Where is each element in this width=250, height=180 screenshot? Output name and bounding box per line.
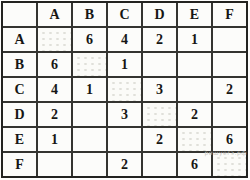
- col-header-F: F: [213, 3, 246, 26]
- row-header-A: A: [3, 28, 36, 51]
- cell-AC: 4: [108, 28, 141, 51]
- cell-FD: [143, 153, 176, 176]
- cell-DD: [143, 103, 176, 126]
- cell-AD: 2: [143, 28, 176, 51]
- cell-DE: 2: [178, 103, 211, 126]
- col-header-E: E: [178, 3, 211, 26]
- matrix-grid: ABCDEFA6421B61C4132D232E126F26: [1, 1, 248, 178]
- cell-FA: [38, 153, 71, 176]
- cell-DB: [73, 103, 106, 126]
- row-header-C: C: [3, 78, 36, 101]
- cell-CF: 2: [213, 78, 246, 101]
- cell-FC: 2: [108, 153, 141, 176]
- row-header-F: F: [3, 153, 36, 176]
- cell-CD: 3: [143, 78, 176, 101]
- cell-EA: 1: [38, 128, 71, 151]
- cell-ED: 2: [143, 128, 176, 151]
- col-header-D: D: [143, 3, 176, 26]
- cell-EC: [108, 128, 141, 151]
- cell-CA: 4: [38, 78, 71, 101]
- col-header-A: A: [38, 3, 71, 26]
- cell-AE: 1: [178, 28, 211, 51]
- cell-AB: 6: [73, 28, 106, 51]
- cell-FF: [213, 153, 246, 176]
- cell-AA: [38, 28, 71, 51]
- cell-BF: [213, 53, 246, 76]
- cell-BB: [73, 53, 106, 76]
- cell-DA: 2: [38, 103, 71, 126]
- row-header-D: D: [3, 103, 36, 126]
- col-header-B: B: [73, 3, 106, 26]
- cell-CB: 1: [73, 78, 106, 101]
- cell-AF: [213, 28, 246, 51]
- cell-EF: 6: [213, 128, 246, 151]
- cell-DF: [213, 103, 246, 126]
- scanned-distance-table: ABCDEFA6421B61C4132D232E126F26 решуегэ.р…: [0, 0, 250, 180]
- row-header-E: E: [3, 128, 36, 151]
- cell-CE: [178, 78, 211, 101]
- cell-EE: [178, 128, 211, 151]
- cell-CC: [108, 78, 141, 101]
- cell-FB: [73, 153, 106, 176]
- corner-cell: [3, 3, 36, 26]
- cell-BA: 6: [38, 53, 71, 76]
- cell-BD: [143, 53, 176, 76]
- cell-FE: 6: [178, 153, 211, 176]
- cell-BC: 1: [108, 53, 141, 76]
- col-header-C: C: [108, 3, 141, 26]
- row-header-B: B: [3, 53, 36, 76]
- cell-BE: [178, 53, 211, 76]
- cell-EB: [73, 128, 106, 151]
- cell-DC: 3: [108, 103, 141, 126]
